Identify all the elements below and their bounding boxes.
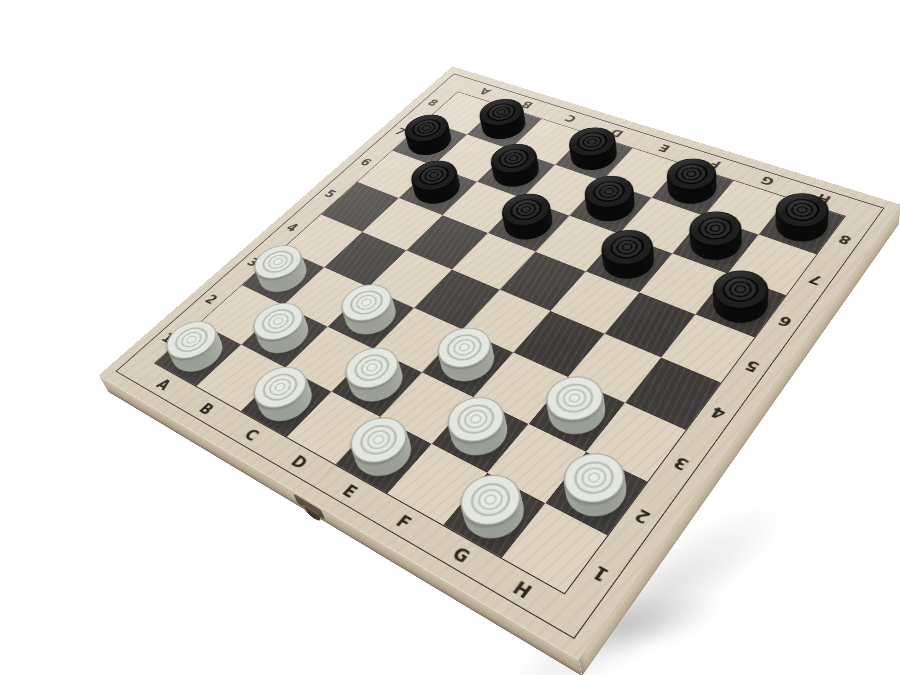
scene-tilt: ABCDEFGH ABCDEFGH 87654321 87654321 [0, 0, 900, 675]
piece-black-man[interactable] [595, 239, 664, 286]
piece-white-man[interactable] [538, 384, 615, 444]
photo-canvas: ABCDEFGH ABCDEFGH 87654321 87654321 [0, 0, 900, 675]
piece-black-man[interactable] [704, 279, 777, 330]
piece-black-man[interactable] [681, 221, 750, 267]
scene: ABCDEFGH ABCDEFGH 87654321 87654321 [156, 0, 844, 634]
piece-white-man[interactable] [250, 311, 319, 361]
piece-black-man[interactable] [578, 186, 644, 228]
piece-black-man[interactable] [767, 203, 836, 248]
piece-white-man[interactable] [555, 459, 637, 526]
piece-black-man[interactable] [496, 203, 562, 246]
board-face: ABCDEFGH ABCDEFGH 87654321 87654321 [99, 66, 900, 659]
checkers-board: ABCDEFGH ABCDEFGH 87654321 87654321 [99, 66, 900, 659]
piece-black-man[interactable] [660, 169, 726, 211]
